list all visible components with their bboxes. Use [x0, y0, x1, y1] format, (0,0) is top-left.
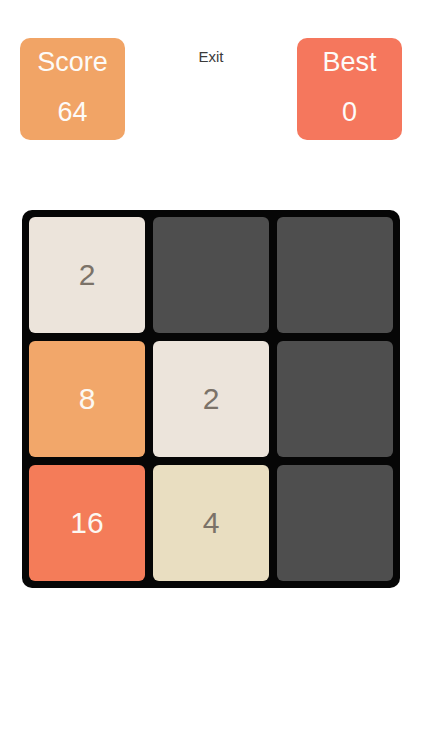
- tile-4: 4: [153, 465, 269, 581]
- best-value: 0: [342, 98, 357, 128]
- tile-2: 2: [29, 217, 145, 333]
- tile-2: 2: [153, 341, 269, 457]
- empty-cell: [277, 217, 393, 333]
- board[interactable]: 282164: [22, 210, 400, 588]
- empty-cell: [153, 217, 269, 333]
- tile-16: 16: [29, 465, 145, 581]
- empty-cell: [277, 341, 393, 457]
- score-value: 64: [57, 98, 87, 128]
- game-screen: Score 64 Exit Best 0 282164: [0, 0, 422, 750]
- tile-8: 8: [29, 341, 145, 457]
- empty-cell: [277, 465, 393, 581]
- best-label: Best: [322, 48, 376, 78]
- best-box: Best 0: [297, 38, 402, 140]
